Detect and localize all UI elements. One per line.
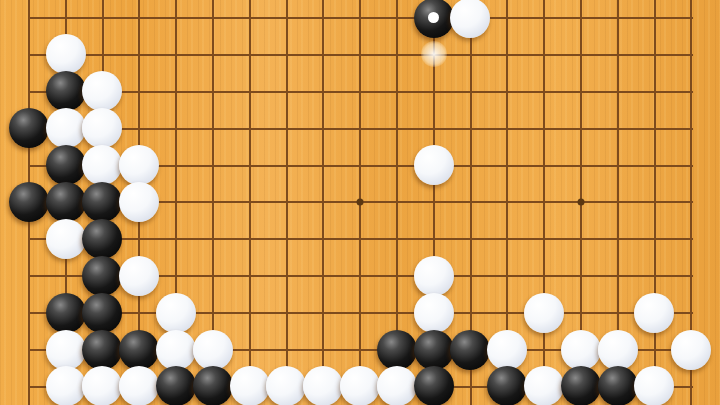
intersection-c17-r5[interactable] — [599, 0, 636, 36]
intersection-c13-r10[interactable] — [452, 184, 489, 221]
intersection-c9-r14[interactable] — [305, 331, 342, 368]
intersection-c16-r13[interactable] — [562, 294, 599, 331]
intersection-c13-r6[interactable] — [452, 36, 489, 73]
stone-black — [9, 182, 49, 222]
intersection-c17-r14[interactable] — [599, 331, 636, 368]
intersection-c5-r15[interactable] — [158, 368, 195, 405]
intersection-c15-r5[interactable] — [526, 0, 563, 36]
intersection-c2-r9[interactable] — [47, 147, 84, 184]
intersection-c5-r9[interactable] — [158, 147, 195, 184]
stone-black — [561, 366, 601, 405]
intersection-c12-r9[interactable] — [415, 147, 452, 184]
intersection-c7-r13[interactable] — [231, 294, 268, 331]
intersection-c17-r12[interactable] — [599, 257, 636, 294]
stone-white — [46, 34, 86, 74]
intersection-c18-r14[interactable] — [636, 331, 673, 368]
intersection-c17-r13[interactable] — [599, 294, 636, 331]
intersection-c2-r12[interactable] — [47, 257, 84, 294]
intersection-c12-r14[interactable] — [415, 331, 452, 368]
intersection-c9-r12[interactable] — [305, 257, 342, 294]
stone-white — [671, 330, 711, 370]
intersection-c1-r12[interactable] — [10, 257, 47, 294]
intersection-c5-r13[interactable] — [158, 294, 195, 331]
intersection-c13-r12[interactable] — [452, 257, 489, 294]
intersection-c5-r14[interactable] — [158, 331, 195, 368]
intersection-c7-r7[interactable] — [231, 73, 268, 110]
intersection-c13-r7[interactable] — [452, 73, 489, 110]
intersection-c1-r15[interactable] — [10, 368, 47, 405]
intersection-c9-r6[interactable] — [305, 36, 342, 73]
stone-black — [487, 366, 527, 405]
intersection-c9-r7[interactable] — [305, 73, 342, 110]
intersection-c2-r10[interactable] — [47, 184, 84, 221]
intersection-c11-r7[interactable] — [378, 73, 415, 110]
intersection-c19-r7[interactable] — [673, 73, 710, 110]
intersection-c14-r10[interactable] — [489, 184, 526, 221]
intersection-c9-r13[interactable] — [305, 294, 342, 331]
intersection-c16-r8[interactable] — [562, 110, 599, 147]
intersection-c11-r5[interactable] — [378, 0, 415, 36]
stone-white — [303, 366, 343, 405]
intersection-c3-r9[interactable] — [84, 147, 121, 184]
intersection-c19-r6[interactable] — [673, 36, 710, 73]
stone-white — [119, 256, 159, 296]
intersection-c4-r13[interactable] — [121, 294, 158, 331]
intersection-c3-r6[interactable] — [84, 36, 121, 73]
intersection-c12-r13[interactable] — [415, 294, 452, 331]
intersection-c16-r12[interactable] — [562, 257, 599, 294]
stone-white — [487, 330, 527, 370]
intersection-c3-r14[interactable] — [84, 331, 121, 368]
intersection-c3-r11[interactable] — [84, 220, 121, 257]
intersection-c6-r12[interactable] — [194, 257, 231, 294]
intersection-c9-r15[interactable] — [305, 368, 342, 405]
intersection-c11-r15[interactable] — [378, 368, 415, 405]
intersection-c15-r13[interactable] — [526, 294, 563, 331]
intersection-c6-r6[interactable] — [194, 36, 231, 73]
intersection-c18-r6[interactable] — [636, 36, 673, 73]
stone-white — [414, 256, 454, 296]
stone-white — [634, 293, 674, 333]
intersection-c18-r9[interactable] — [636, 147, 673, 184]
intersection-c7-r6[interactable] — [231, 36, 268, 73]
intersection-c4-r8[interactable] — [121, 110, 158, 147]
intersection-c19-r5[interactable] — [673, 0, 710, 36]
intersection-c8-r11[interactable] — [268, 220, 305, 257]
intersection-c11-r6[interactable] — [378, 36, 415, 73]
stone-black — [46, 182, 86, 222]
intersection-c14-r15[interactable] — [489, 368, 526, 405]
intersection-c14-r6[interactable] — [489, 36, 526, 73]
intersection-c13-r9[interactable] — [452, 147, 489, 184]
intersection-c6-r14[interactable] — [194, 331, 231, 368]
intersection-c15-r8[interactable] — [526, 110, 563, 147]
intersection-c18-r5[interactable] — [636, 0, 673, 36]
intersection-c19-r10[interactable] — [673, 184, 710, 221]
intersection-c14-r14[interactable] — [489, 331, 526, 368]
intersection-c19-r11[interactable] — [673, 220, 710, 257]
intersection-c4-r11[interactable] — [121, 220, 158, 257]
stone-white — [524, 293, 564, 333]
intersection-c4-r12[interactable] — [121, 257, 158, 294]
intersection-c6-r13[interactable] — [194, 294, 231, 331]
intersection-c15-r11[interactable] — [526, 220, 563, 257]
intersection-c1-r9[interactable] — [10, 147, 47, 184]
intersection-c4-r6[interactable] — [121, 36, 158, 73]
stone-white — [377, 366, 417, 405]
intersection-c16-r7[interactable] — [562, 73, 599, 110]
intersection-c16-r14[interactable] — [562, 331, 599, 368]
intersection-c14-r12[interactable] — [489, 257, 526, 294]
stone-white — [82, 366, 122, 405]
intersection-c13-r15[interactable] — [452, 368, 489, 405]
stone-white — [266, 366, 306, 405]
intersection-c8-r15[interactable] — [268, 368, 305, 405]
intersection-c11-r14[interactable] — [378, 331, 415, 368]
intersection-c15-r6[interactable] — [526, 36, 563, 73]
intersection-c17-r6[interactable] — [599, 36, 636, 73]
intersection-c12-r8[interactable] — [415, 110, 452, 147]
stone-white — [46, 108, 86, 148]
intersection-c19-r15[interactable] — [673, 368, 710, 405]
go-board — [0, 0, 720, 405]
intersection-c14-r7[interactable] — [489, 73, 526, 110]
stone-white — [156, 330, 196, 370]
intersection-c8-r5[interactable] — [268, 0, 305, 36]
intersection-c14-r13[interactable] — [489, 294, 526, 331]
intersection-c10-r9[interactable] — [342, 147, 379, 184]
intersection-c9-r9[interactable] — [305, 147, 342, 184]
intersection-c6-r5[interactable] — [194, 0, 231, 36]
stone-white — [340, 366, 380, 405]
intersection-c4-r15[interactable] — [121, 368, 158, 405]
intersection-c16-r11[interactable] — [562, 220, 599, 257]
intersection-c8-r13[interactable] — [268, 294, 305, 331]
stone-black — [450, 330, 490, 370]
intersection-c19-r9[interactable] — [673, 147, 710, 184]
intersection-c17-r9[interactable] — [599, 147, 636, 184]
intersection-c18-r10[interactable] — [636, 184, 673, 221]
intersection-c16-r6[interactable] — [562, 36, 599, 73]
intersection-c18-r12[interactable] — [636, 257, 673, 294]
intersection-c11-r10[interactable] — [378, 184, 415, 221]
intersection-c16-r10[interactable] — [562, 184, 599, 221]
stone-white — [156, 293, 196, 333]
stone-black — [46, 145, 86, 185]
ghost-stone-hint — [421, 41, 447, 67]
intersection-c3-r12[interactable] — [84, 257, 121, 294]
stone-white — [46, 330, 86, 370]
stone-black — [46, 293, 86, 333]
intersection-c7-r5[interactable] — [231, 0, 268, 36]
intersection-c12-r6[interactable] — [415, 36, 452, 73]
intersection-c18-r15[interactable] — [636, 368, 673, 405]
intersection-c14-r8[interactable] — [489, 110, 526, 147]
intersection-c5-r6[interactable] — [158, 36, 195, 73]
intersection-c11-r12[interactable] — [378, 257, 415, 294]
intersection-c9-r8[interactable] — [305, 110, 342, 147]
intersection-c19-r14[interactable] — [673, 331, 710, 368]
stone-black — [414, 330, 454, 370]
intersection-c1-r6[interactable] — [10, 36, 47, 73]
intersection-c3-r7[interactable] — [84, 73, 121, 110]
intersection-c2-r14[interactable] — [47, 331, 84, 368]
intersection-c13-r11[interactable] — [452, 220, 489, 257]
intersection-c11-r11[interactable] — [378, 220, 415, 257]
stone-white — [46, 366, 86, 405]
stone-black — [9, 108, 49, 148]
intersection-c7-r14[interactable] — [231, 331, 268, 368]
intersection-c8-r10[interactable] — [268, 184, 305, 221]
intersection-c10-r5[interactable] — [342, 0, 379, 36]
intersection-c15-r12[interactable] — [526, 257, 563, 294]
last-move-marker — [428, 12, 439, 23]
intersection-c12-r10[interactable] — [415, 184, 452, 221]
stone-black — [82, 293, 122, 333]
intersection-c6-r15[interactable] — [194, 368, 231, 405]
intersection-c11-r9[interactable] — [378, 147, 415, 184]
intersection-c11-r13[interactable] — [378, 294, 415, 331]
intersection-c13-r5[interactable] — [452, 0, 489, 36]
intersection-c6-r10[interactable] — [194, 184, 231, 221]
intersection-c7-r9[interactable] — [231, 147, 268, 184]
intersection-c18-r11[interactable] — [636, 220, 673, 257]
intersection-c2-r5[interactable] — [47, 0, 84, 36]
intersection-c3-r13[interactable] — [84, 294, 121, 331]
intersection-c9-r10[interactable] — [305, 184, 342, 221]
stone-white — [119, 145, 159, 185]
intersection-c2-r8[interactable] — [47, 110, 84, 147]
stone-black — [414, 0, 454, 38]
intersection-c1-r14[interactable] — [10, 331, 47, 368]
intersection-c10-r11[interactable] — [342, 220, 379, 257]
intersection-c6-r8[interactable] — [194, 110, 231, 147]
intersection-c7-r12[interactable] — [231, 257, 268, 294]
intersection-c16-r5[interactable] — [562, 0, 599, 36]
intersection-c4-r10[interactable] — [121, 184, 158, 221]
intersection-c2-r13[interactable] — [47, 294, 84, 331]
intersection-grid — [10, 0, 709, 405]
stone-white — [46, 219, 86, 259]
intersection-c8-r8[interactable] — [268, 110, 305, 147]
intersection-c18-r8[interactable] — [636, 110, 673, 147]
intersection-c2-r7[interactable] — [47, 73, 84, 110]
intersection-c5-r7[interactable] — [158, 73, 195, 110]
stone-white — [450, 0, 490, 38]
intersection-c15-r15[interactable] — [526, 368, 563, 405]
stone-black — [156, 366, 196, 405]
stone-black — [82, 219, 122, 259]
stone-black — [414, 366, 454, 405]
intersection-c10-r14[interactable] — [342, 331, 379, 368]
intersection-c15-r14[interactable] — [526, 331, 563, 368]
intersection-c2-r6[interactable] — [47, 36, 84, 73]
stone-black — [82, 182, 122, 222]
intersection-c6-r7[interactable] — [194, 73, 231, 110]
intersection-c6-r9[interactable] — [194, 147, 231, 184]
stone-black — [82, 256, 122, 296]
intersection-c8-r14[interactable] — [268, 331, 305, 368]
intersection-c12-r7[interactable] — [415, 73, 452, 110]
stone-white — [193, 330, 233, 370]
intersection-c18-r7[interactable] — [636, 73, 673, 110]
stone-black — [82, 330, 122, 370]
intersection-c17-r8[interactable] — [599, 110, 636, 147]
intersection-c12-r5[interactable] — [415, 0, 452, 36]
intersection-c10-r15[interactable] — [342, 368, 379, 405]
intersection-c9-r11[interactable] — [305, 220, 342, 257]
intersection-c19-r13[interactable] — [673, 294, 710, 331]
intersection-c10-r6[interactable] — [342, 36, 379, 73]
stone-white — [634, 366, 674, 405]
intersection-c10-r13[interactable] — [342, 294, 379, 331]
intersection-c1-r8[interactable] — [10, 110, 47, 147]
intersection-c12-r11[interactable] — [415, 220, 452, 257]
intersection-c18-r13[interactable] — [636, 294, 673, 331]
intersection-c14-r11[interactable] — [489, 220, 526, 257]
intersection-c5-r8[interactable] — [158, 110, 195, 147]
intersection-c10-r8[interactable] — [342, 110, 379, 147]
intersection-c5-r11[interactable] — [158, 220, 195, 257]
intersection-c14-r9[interactable] — [489, 147, 526, 184]
intersection-c7-r10[interactable] — [231, 184, 268, 221]
intersection-c3-r5[interactable] — [84, 0, 121, 36]
intersection-c15-r9[interactable] — [526, 147, 563, 184]
stone-black — [46, 71, 86, 111]
stone-white — [82, 71, 122, 111]
intersection-c5-r10[interactable] — [158, 184, 195, 221]
stone-white — [598, 330, 638, 370]
intersection-c10-r12[interactable] — [342, 257, 379, 294]
intersection-c8-r6[interactable] — [268, 36, 305, 73]
stone-white — [119, 182, 159, 222]
intersection-c7-r15[interactable] — [231, 368, 268, 405]
stone-white — [230, 366, 270, 405]
intersection-c15-r7[interactable] — [526, 73, 563, 110]
intersection-c10-r7[interactable] — [342, 73, 379, 110]
intersection-c5-r5[interactable] — [158, 0, 195, 36]
stone-white — [414, 145, 454, 185]
intersection-c5-r12[interactable] — [158, 257, 195, 294]
intersection-c1-r11[interactable] — [10, 220, 47, 257]
stone-white — [561, 330, 601, 370]
stone-black — [598, 366, 638, 405]
intersection-c7-r8[interactable] — [231, 110, 268, 147]
intersection-c3-r15[interactable] — [84, 368, 121, 405]
intersection-c17-r10[interactable] — [599, 184, 636, 221]
intersection-c17-r15[interactable] — [599, 368, 636, 405]
intersection-c17-r11[interactable] — [599, 220, 636, 257]
intersection-c4-r14[interactable] — [121, 331, 158, 368]
intersection-c6-r11[interactable] — [194, 220, 231, 257]
intersection-c19-r8[interactable] — [673, 110, 710, 147]
stone-black — [377, 330, 417, 370]
stone-black — [119, 330, 159, 370]
intersection-c2-r11[interactable] — [47, 220, 84, 257]
intersection-c14-r5[interactable] — [489, 0, 526, 36]
intersection-c9-r5[interactable] — [305, 0, 342, 36]
intersection-c10-r10[interactable] — [342, 184, 379, 221]
intersection-c13-r14[interactable] — [452, 331, 489, 368]
intersection-c13-r8[interactable] — [452, 110, 489, 147]
intersection-c16-r9[interactable] — [562, 147, 599, 184]
intersection-c2-r15[interactable] — [47, 368, 84, 405]
intersection-c12-r12[interactable] — [415, 257, 452, 294]
stone-white — [414, 293, 454, 333]
intersection-c11-r8[interactable] — [378, 110, 415, 147]
intersection-c1-r10[interactable] — [10, 184, 47, 221]
intersection-c16-r15[interactable] — [562, 368, 599, 405]
stone-black — [193, 366, 233, 405]
intersection-c8-r9[interactable] — [268, 147, 305, 184]
intersection-c8-r7[interactable] — [268, 73, 305, 110]
intersection-c17-r7[interactable] — [599, 73, 636, 110]
intersection-c4-r9[interactable] — [121, 147, 158, 184]
intersection-c1-r7[interactable] — [10, 73, 47, 110]
stone-white — [524, 366, 564, 405]
intersection-c13-r13[interactable] — [452, 294, 489, 331]
stone-white — [82, 145, 122, 185]
intersection-c19-r12[interactable] — [673, 257, 710, 294]
intersection-c7-r11[interactable] — [231, 220, 268, 257]
intersection-c3-r10[interactable] — [84, 184, 121, 221]
intersection-c1-r13[interactable] — [10, 294, 47, 331]
stone-white — [119, 366, 159, 405]
intersection-c15-r10[interactable] — [526, 184, 563, 221]
intersection-c4-r5[interactable] — [121, 0, 158, 36]
intersection-c4-r7[interactable] — [121, 73, 158, 110]
intersection-c1-r5[interactable] — [10, 0, 47, 36]
stone-white — [82, 108, 122, 148]
intersection-c8-r12[interactable] — [268, 257, 305, 294]
intersection-c12-r15[interactable] — [415, 368, 452, 405]
intersection-c3-r8[interactable] — [84, 110, 121, 147]
